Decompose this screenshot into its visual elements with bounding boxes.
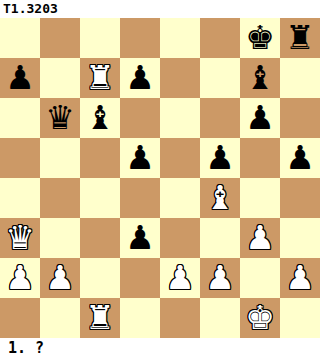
- piece-white-pawn[interactable]: ♟: [45, 258, 75, 298]
- square-d4[interactable]: [120, 178, 160, 218]
- square-d8[interactable]: [120, 18, 160, 58]
- square-d1[interactable]: [120, 298, 160, 338]
- square-d5[interactable]: ♟: [120, 138, 160, 178]
- square-e2[interactable]: ♟: [160, 258, 200, 298]
- square-a8[interactable]: [0, 18, 40, 58]
- square-a1[interactable]: [0, 298, 40, 338]
- square-b6[interactable]: ♛: [40, 98, 80, 138]
- piece-white-pawn[interactable]: ♟: [245, 218, 275, 258]
- square-f4[interactable]: ♝: [200, 178, 240, 218]
- square-c5[interactable]: [80, 138, 120, 178]
- square-d2[interactable]: [120, 258, 160, 298]
- square-a6[interactable]: [0, 98, 40, 138]
- square-g7[interactable]: ♝: [240, 58, 280, 98]
- square-b7[interactable]: [40, 58, 80, 98]
- piece-white-rook[interactable]: ♜: [85, 58, 115, 98]
- square-a5[interactable]: [0, 138, 40, 178]
- piece-black-pawn[interactable]: ♟: [285, 138, 315, 178]
- square-h2[interactable]: ♟: [280, 258, 320, 298]
- piece-black-bishop[interactable]: ♝: [85, 98, 115, 138]
- square-b8[interactable]: [40, 18, 80, 58]
- square-g5[interactable]: [240, 138, 280, 178]
- square-h3[interactable]: [280, 218, 320, 258]
- piece-black-queen[interactable]: ♛: [45, 98, 75, 138]
- square-b2[interactable]: ♟: [40, 258, 80, 298]
- square-h5[interactable]: ♟: [280, 138, 320, 178]
- piece-white-pawn[interactable]: ♟: [285, 258, 315, 298]
- move-prompt: 1. ?: [8, 339, 44, 357]
- square-g3[interactable]: ♟: [240, 218, 280, 258]
- square-e3[interactable]: [160, 218, 200, 258]
- square-h1[interactable]: [280, 298, 320, 338]
- square-d3[interactable]: ♟: [120, 218, 160, 258]
- piece-white-pawn[interactable]: ♟: [5, 258, 35, 298]
- square-b5[interactable]: [40, 138, 80, 178]
- square-e4[interactable]: [160, 178, 200, 218]
- square-h6[interactable]: [280, 98, 320, 138]
- square-g4[interactable]: [240, 178, 280, 218]
- square-f2[interactable]: ♟: [200, 258, 240, 298]
- piece-white-rook[interactable]: ♜: [85, 298, 115, 338]
- square-e6[interactable]: [160, 98, 200, 138]
- square-a2[interactable]: ♟: [0, 258, 40, 298]
- piece-black-bishop[interactable]: ♝: [245, 58, 275, 98]
- square-f3[interactable]: [200, 218, 240, 258]
- square-g2[interactable]: [240, 258, 280, 298]
- puzzle-id: T1.3203: [3, 1, 58, 16]
- square-b3[interactable]: [40, 218, 80, 258]
- square-d6[interactable]: [120, 98, 160, 138]
- square-h4[interactable]: [280, 178, 320, 218]
- square-e8[interactable]: [160, 18, 200, 58]
- piece-white-queen[interactable]: ♛: [5, 218, 35, 258]
- square-a3[interactable]: ♛: [0, 218, 40, 258]
- square-h7[interactable]: [280, 58, 320, 98]
- square-e7[interactable]: [160, 58, 200, 98]
- square-c4[interactable]: [80, 178, 120, 218]
- square-c7[interactable]: ♜: [80, 58, 120, 98]
- piece-white-pawn[interactable]: ♟: [205, 258, 235, 298]
- square-h8[interactable]: ♜: [280, 18, 320, 58]
- piece-black-pawn[interactable]: ♟: [125, 138, 155, 178]
- square-e1[interactable]: [160, 298, 200, 338]
- piece-white-bishop[interactable]: ♝: [205, 178, 235, 218]
- square-b4[interactable]: [40, 178, 80, 218]
- chess-board: ♚♜♟♜♟♝♛♝♟♟♟♟♝♛♟♟♟♟♟♟♟♜♚: [0, 18, 320, 338]
- square-b1[interactable]: [40, 298, 80, 338]
- square-f6[interactable]: [200, 98, 240, 138]
- piece-white-pawn[interactable]: ♟: [165, 258, 195, 298]
- square-g6[interactable]: ♟: [240, 98, 280, 138]
- square-c3[interactable]: [80, 218, 120, 258]
- piece-black-pawn[interactable]: ♟: [125, 58, 155, 98]
- square-g1[interactable]: ♚: [240, 298, 280, 338]
- square-a4[interactable]: [0, 178, 40, 218]
- square-f1[interactable]: [200, 298, 240, 338]
- square-a7[interactable]: ♟: [0, 58, 40, 98]
- square-c2[interactable]: [80, 258, 120, 298]
- piece-black-pawn[interactable]: ♟: [245, 98, 275, 138]
- square-f7[interactable]: [200, 58, 240, 98]
- square-e5[interactable]: [160, 138, 200, 178]
- square-f8[interactable]: [200, 18, 240, 58]
- square-g8[interactable]: ♚: [240, 18, 280, 58]
- square-c6[interactable]: ♝: [80, 98, 120, 138]
- square-c8[interactable]: [80, 18, 120, 58]
- piece-black-king[interactable]: ♚: [245, 18, 275, 58]
- square-f5[interactable]: ♟: [200, 138, 240, 178]
- piece-black-pawn[interactable]: ♟: [5, 58, 35, 98]
- piece-black-pawn[interactable]: ♟: [205, 138, 235, 178]
- piece-white-king[interactable]: ♚: [245, 298, 275, 338]
- piece-black-pawn[interactable]: ♟: [125, 218, 155, 258]
- piece-black-rook[interactable]: ♜: [285, 18, 315, 58]
- square-d7[interactable]: ♟: [120, 58, 160, 98]
- square-c1[interactable]: ♜: [80, 298, 120, 338]
- chess-puzzle-window: T1.3203 ♚♜♟♜♟♝♛♝♟♟♟♟♝♛♟♟♟♟♟♟♟♜♚ 1. ?: [0, 0, 320, 360]
